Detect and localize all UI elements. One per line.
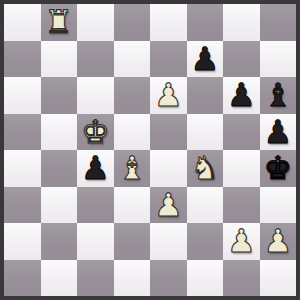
white-knight[interactable]: ♞ bbox=[190, 150, 219, 187]
black-king[interactable]: ♚ bbox=[263, 150, 292, 187]
square-d3[interactable] bbox=[114, 187, 151, 224]
square-f1[interactable] bbox=[187, 260, 224, 297]
black-bishop[interactable]: ♝ bbox=[263, 77, 292, 114]
square-c4[interactable]: ♟ bbox=[77, 150, 114, 187]
square-g5[interactable] bbox=[223, 114, 260, 151]
white-pawn[interactable]: ♟ bbox=[154, 77, 183, 114]
square-e2[interactable] bbox=[150, 223, 187, 260]
square-d8[interactable] bbox=[114, 4, 151, 41]
square-a6[interactable] bbox=[4, 77, 41, 114]
square-a5[interactable] bbox=[4, 114, 41, 151]
square-f3[interactable] bbox=[187, 187, 224, 224]
square-f6[interactable] bbox=[187, 77, 224, 114]
square-f2[interactable] bbox=[187, 223, 224, 260]
square-g7[interactable] bbox=[223, 41, 260, 78]
square-c6[interactable] bbox=[77, 77, 114, 114]
square-d7[interactable] bbox=[114, 41, 151, 78]
square-c2[interactable] bbox=[77, 223, 114, 260]
white-bishop[interactable]: ♝ bbox=[117, 150, 146, 187]
square-b4[interactable] bbox=[41, 150, 78, 187]
square-d6[interactable] bbox=[114, 77, 151, 114]
square-b2[interactable] bbox=[41, 223, 78, 260]
chess-board-frame: ♜♟♟♟♝♚♟♟♝♞♚♟♟♟ bbox=[0, 0, 300, 300]
white-rook[interactable]: ♜ bbox=[44, 4, 73, 41]
square-e6[interactable]: ♟ bbox=[150, 77, 187, 114]
square-e4[interactable] bbox=[150, 150, 187, 187]
square-a8[interactable] bbox=[4, 4, 41, 41]
square-d5[interactable] bbox=[114, 114, 151, 151]
square-e1[interactable] bbox=[150, 260, 187, 297]
square-g4[interactable] bbox=[223, 150, 260, 187]
square-h5[interactable]: ♟ bbox=[260, 114, 297, 151]
square-c8[interactable] bbox=[77, 4, 114, 41]
chess-board: ♜♟♟♟♝♚♟♟♝♞♚♟♟♟ bbox=[4, 4, 296, 296]
square-c7[interactable] bbox=[77, 41, 114, 78]
square-g8[interactable] bbox=[223, 4, 260, 41]
square-f8[interactable] bbox=[187, 4, 224, 41]
square-h4[interactable]: ♚ bbox=[260, 150, 297, 187]
square-f4[interactable]: ♞ bbox=[187, 150, 224, 187]
square-d2[interactable] bbox=[114, 223, 151, 260]
square-e3[interactable]: ♟ bbox=[150, 187, 187, 224]
square-b7[interactable] bbox=[41, 41, 78, 78]
black-pawn[interactable]: ♟ bbox=[81, 150, 110, 187]
square-h6[interactable]: ♝ bbox=[260, 77, 297, 114]
square-a4[interactable] bbox=[4, 150, 41, 187]
white-pawn[interactable]: ♟ bbox=[154, 187, 183, 224]
square-g3[interactable] bbox=[223, 187, 260, 224]
square-g2[interactable]: ♟ bbox=[223, 223, 260, 260]
black-pawn[interactable]: ♟ bbox=[227, 77, 256, 114]
square-g1[interactable] bbox=[223, 260, 260, 297]
square-h7[interactable] bbox=[260, 41, 297, 78]
square-h1[interactable] bbox=[260, 260, 297, 297]
black-pawn[interactable]: ♟ bbox=[263, 114, 292, 151]
square-c5[interactable]: ♚ bbox=[77, 114, 114, 151]
square-a1[interactable] bbox=[4, 260, 41, 297]
square-f5[interactable] bbox=[187, 114, 224, 151]
square-e5[interactable] bbox=[150, 114, 187, 151]
square-a7[interactable] bbox=[4, 41, 41, 78]
square-g6[interactable]: ♟ bbox=[223, 77, 260, 114]
black-pawn[interactable]: ♟ bbox=[190, 41, 219, 78]
square-h2[interactable]: ♟ bbox=[260, 223, 297, 260]
square-d4[interactable]: ♝ bbox=[114, 150, 151, 187]
square-b3[interactable] bbox=[41, 187, 78, 224]
white-pawn[interactable]: ♟ bbox=[263, 223, 292, 260]
square-h8[interactable] bbox=[260, 4, 297, 41]
square-b1[interactable] bbox=[41, 260, 78, 297]
white-king[interactable]: ♚ bbox=[81, 114, 110, 151]
square-a2[interactable] bbox=[4, 223, 41, 260]
square-b8[interactable]: ♜ bbox=[41, 4, 78, 41]
square-e8[interactable] bbox=[150, 4, 187, 41]
square-b5[interactable] bbox=[41, 114, 78, 151]
square-e7[interactable] bbox=[150, 41, 187, 78]
square-h3[interactable] bbox=[260, 187, 297, 224]
square-c3[interactable] bbox=[77, 187, 114, 224]
square-a3[interactable] bbox=[4, 187, 41, 224]
square-d1[interactable] bbox=[114, 260, 151, 297]
square-f7[interactable]: ♟ bbox=[187, 41, 224, 78]
white-pawn[interactable]: ♟ bbox=[227, 223, 256, 260]
square-c1[interactable] bbox=[77, 260, 114, 297]
square-b6[interactable] bbox=[41, 77, 78, 114]
